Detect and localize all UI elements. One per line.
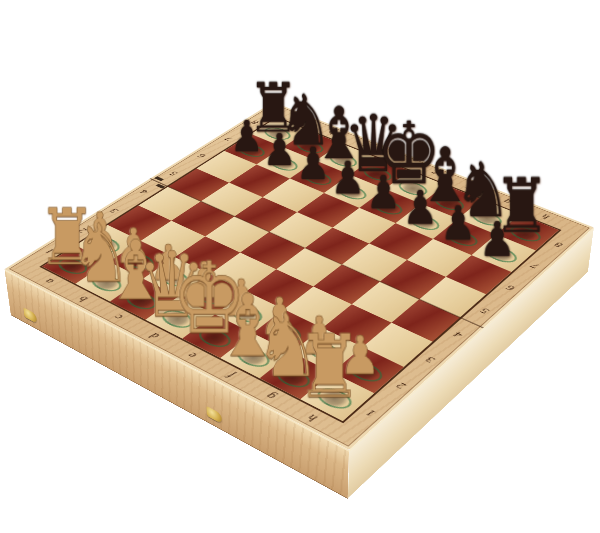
piece-black-pawn-b7[interactable]: ♟ [263,129,297,171]
board-scene: ♜♞♝♛♚♝♞♜♟♟♟♟♟♟♟♟♟♟♟♟♟♟♟♟♜♞♝♛♚♝♞♜ aabbccd… [0,0,600,533]
square-h5[interactable] [419,277,486,318]
piece-black-pawn-d7[interactable]: ♟ [331,157,366,200]
rank-label: 6 [195,152,209,160]
file-label: a [41,276,58,286]
rank-label: 6 [503,283,518,293]
piece-black-pawn-e7[interactable]: ♟ [366,171,401,215]
brass-clasp-icon [23,307,37,324]
board-surface: ♜♞♝♛♚♝♞♜♟♟♟♟♟♟♟♟♟♟♟♟♟♟♟♟♜♞♝♛♚♝♞♜ aabbccd… [4,102,594,450]
rank-label: 3 [422,354,438,366]
folding-chess-board: ♜♞♝♛♚♝♞♜♟♟♟♟♟♟♟♟♟♟♟♟♟♟♟♟♜♞♝♛♚♝♞♜ aabbccd… [4,102,594,450]
rank-label: 1 [362,407,379,420]
file-label: f [223,370,238,381]
rank-label: 2 [393,380,409,392]
chess-set-photo: ♜♞♝♛♚♝♞♜♟♟♟♟♟♟♟♟♟♟♟♟♟♟♟♟♜♞♝♛♚♝♞♜ aabbccd… [0,0,600,533]
rank-label: 4 [450,329,465,340]
squares-grid: ♜♞♝♛♚♝♞♜♟♟♟♟♟♟♟♟♟♟♟♟♟♟♟♟♜♞♝♛♚♝♞♜ [42,118,559,421]
rank-label: 7 [528,261,542,271]
piece-black-pawn-f7[interactable]: ♟ [402,186,438,230]
rank-label: 5 [166,169,180,177]
rank-label: 4 [137,188,152,197]
square-h1[interactable]: ♜ [301,373,374,421]
file-label: g [262,390,279,402]
file-label: c [110,312,126,323]
piece-black-pawn-g7[interactable]: ♟ [440,201,476,246]
rank-label: 5 [477,306,492,317]
file-label: e [184,350,200,361]
brass-clasp-icon [207,406,223,424]
file-label: b [75,294,92,305]
file-label: h [304,412,321,425]
rank-label: 8 [552,240,566,249]
piece-white-rook-h1[interactable]: ♜ [296,326,362,408]
piece-black-pawn-h7[interactable]: ♟ [479,217,516,263]
square-e4[interactable] [276,248,342,286]
file-label: d [146,330,163,341]
piece-black-pawn-c7[interactable]: ♟ [296,143,330,185]
